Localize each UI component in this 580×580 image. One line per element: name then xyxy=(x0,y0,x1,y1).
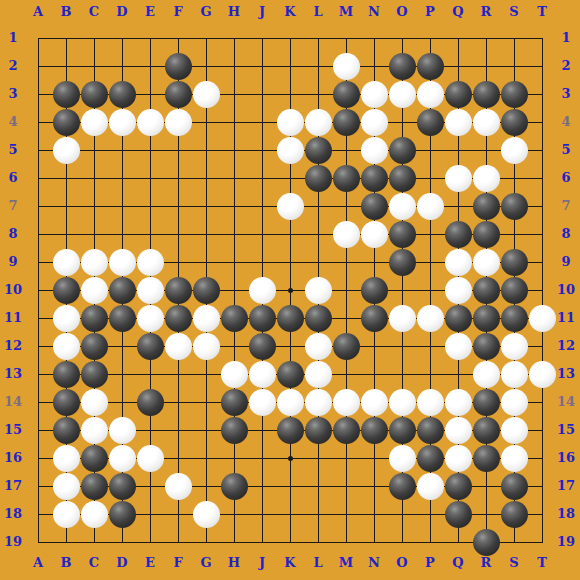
intersection-T6[interactable] xyxy=(528,164,556,192)
intersection-J6[interactable] xyxy=(248,164,276,192)
intersection-R1[interactable] xyxy=(472,24,500,52)
intersection-T5[interactable] xyxy=(528,136,556,164)
intersection-N6[interactable] xyxy=(360,164,388,192)
intersection-F19[interactable] xyxy=(164,528,192,556)
intersection-P14[interactable] xyxy=(416,388,444,416)
intersection-N2[interactable] xyxy=(360,52,388,80)
intersection-E13[interactable] xyxy=(136,360,164,388)
intersection-K2[interactable] xyxy=(276,52,304,80)
intersection-A5[interactable] xyxy=(24,136,52,164)
intersection-H7[interactable] xyxy=(220,192,248,220)
intersection-F6[interactable] xyxy=(164,164,192,192)
intersection-K4[interactable] xyxy=(276,108,304,136)
intersection-D8[interactable] xyxy=(108,220,136,248)
intersection-J17[interactable] xyxy=(248,472,276,500)
intersection-F4[interactable] xyxy=(164,108,192,136)
intersection-D15[interactable] xyxy=(108,416,136,444)
intersection-S11[interactable] xyxy=(500,304,528,332)
intersection-O17[interactable] xyxy=(388,472,416,500)
intersection-E15[interactable] xyxy=(136,416,164,444)
intersection-N12[interactable] xyxy=(360,332,388,360)
intersection-M17[interactable] xyxy=(332,472,360,500)
intersection-A18[interactable] xyxy=(24,500,52,528)
intersection-Q9[interactable] xyxy=(444,248,472,276)
intersection-B13[interactable] xyxy=(52,360,80,388)
intersection-N10[interactable] xyxy=(360,276,388,304)
intersection-P11[interactable] xyxy=(416,304,444,332)
intersection-B7[interactable] xyxy=(52,192,80,220)
intersection-F17[interactable] xyxy=(164,472,192,500)
intersection-L19[interactable] xyxy=(304,528,332,556)
intersection-G15[interactable] xyxy=(192,416,220,444)
intersection-A13[interactable] xyxy=(24,360,52,388)
intersection-D9[interactable] xyxy=(108,248,136,276)
intersection-S6[interactable] xyxy=(500,164,528,192)
intersection-Q2[interactable] xyxy=(444,52,472,80)
intersection-K13[interactable] xyxy=(276,360,304,388)
intersection-D12[interactable] xyxy=(108,332,136,360)
intersection-S5[interactable] xyxy=(500,136,528,164)
intersection-K11[interactable] xyxy=(276,304,304,332)
intersection-P13[interactable] xyxy=(416,360,444,388)
intersection-A2[interactable] xyxy=(24,52,52,80)
intersection-A8[interactable] xyxy=(24,220,52,248)
intersection-K15[interactable] xyxy=(276,416,304,444)
intersection-L2[interactable] xyxy=(304,52,332,80)
intersection-K5[interactable] xyxy=(276,136,304,164)
intersection-C7[interactable] xyxy=(80,192,108,220)
intersection-P3[interactable] xyxy=(416,80,444,108)
intersection-C19[interactable] xyxy=(80,528,108,556)
intersection-G11[interactable] xyxy=(192,304,220,332)
intersection-T2[interactable] xyxy=(528,52,556,80)
intersection-K8[interactable] xyxy=(276,220,304,248)
intersection-F8[interactable] xyxy=(164,220,192,248)
intersection-M15[interactable] xyxy=(332,416,360,444)
intersection-Q16[interactable] xyxy=(444,444,472,472)
intersection-A6[interactable] xyxy=(24,164,52,192)
intersection-H10[interactable] xyxy=(220,276,248,304)
intersection-K3[interactable] xyxy=(276,80,304,108)
intersection-J4[interactable] xyxy=(248,108,276,136)
intersection-E3[interactable] xyxy=(136,80,164,108)
intersection-B9[interactable] xyxy=(52,248,80,276)
intersection-L7[interactable] xyxy=(304,192,332,220)
intersection-P12[interactable] xyxy=(416,332,444,360)
intersection-C3[interactable] xyxy=(80,80,108,108)
intersection-C9[interactable] xyxy=(80,248,108,276)
intersection-R2[interactable] xyxy=(472,52,500,80)
intersection-K9[interactable] xyxy=(276,248,304,276)
intersection-P2[interactable] xyxy=(416,52,444,80)
intersection-S8[interactable] xyxy=(500,220,528,248)
intersection-T8[interactable] xyxy=(528,220,556,248)
intersection-R16[interactable] xyxy=(472,444,500,472)
intersection-T12[interactable] xyxy=(528,332,556,360)
intersection-F18[interactable] xyxy=(164,500,192,528)
intersection-M2[interactable] xyxy=(332,52,360,80)
intersection-F7[interactable] xyxy=(164,192,192,220)
intersection-S16[interactable] xyxy=(500,444,528,472)
intersection-E11[interactable] xyxy=(136,304,164,332)
intersection-S10[interactable] xyxy=(500,276,528,304)
intersection-K1[interactable] xyxy=(276,24,304,52)
intersection-N9[interactable] xyxy=(360,248,388,276)
intersection-J18[interactable] xyxy=(248,500,276,528)
intersection-Q14[interactable] xyxy=(444,388,472,416)
intersection-A14[interactable] xyxy=(24,388,52,416)
intersection-K17[interactable] xyxy=(276,472,304,500)
intersection-C4[interactable] xyxy=(80,108,108,136)
intersection-B2[interactable] xyxy=(52,52,80,80)
intersection-B3[interactable] xyxy=(52,80,80,108)
intersection-M9[interactable] xyxy=(332,248,360,276)
intersection-E19[interactable] xyxy=(136,528,164,556)
intersection-F5[interactable] xyxy=(164,136,192,164)
intersection-A7[interactable] xyxy=(24,192,52,220)
intersection-R9[interactable] xyxy=(472,248,500,276)
intersection-D2[interactable] xyxy=(108,52,136,80)
intersection-T15[interactable] xyxy=(528,416,556,444)
intersection-H19[interactable] xyxy=(220,528,248,556)
intersection-D19[interactable] xyxy=(108,528,136,556)
intersection-F10[interactable] xyxy=(164,276,192,304)
intersection-O10[interactable] xyxy=(388,276,416,304)
intersection-C10[interactable] xyxy=(80,276,108,304)
intersection-C5[interactable] xyxy=(80,136,108,164)
intersection-Q15[interactable] xyxy=(444,416,472,444)
intersection-P5[interactable] xyxy=(416,136,444,164)
intersection-G10[interactable] xyxy=(192,276,220,304)
intersection-D18[interactable] xyxy=(108,500,136,528)
intersection-O13[interactable] xyxy=(388,360,416,388)
intersection-G18[interactable] xyxy=(192,500,220,528)
intersection-P19[interactable] xyxy=(416,528,444,556)
intersection-S18[interactable] xyxy=(500,500,528,528)
intersection-N4[interactable] xyxy=(360,108,388,136)
intersection-Q13[interactable] xyxy=(444,360,472,388)
intersection-S4[interactable] xyxy=(500,108,528,136)
intersection-E7[interactable] xyxy=(136,192,164,220)
intersection-T13[interactable] xyxy=(528,360,556,388)
intersection-B17[interactable] xyxy=(52,472,80,500)
intersection-O16[interactable] xyxy=(388,444,416,472)
intersection-S2[interactable] xyxy=(500,52,528,80)
intersection-J2[interactable] xyxy=(248,52,276,80)
intersection-A15[interactable] xyxy=(24,416,52,444)
intersection-O8[interactable] xyxy=(388,220,416,248)
intersection-S17[interactable] xyxy=(500,472,528,500)
intersection-N15[interactable] xyxy=(360,416,388,444)
intersection-N7[interactable] xyxy=(360,192,388,220)
intersection-P10[interactable] xyxy=(416,276,444,304)
intersection-T18[interactable] xyxy=(528,500,556,528)
intersection-M3[interactable] xyxy=(332,80,360,108)
intersection-G12[interactable] xyxy=(192,332,220,360)
intersection-T14[interactable] xyxy=(528,388,556,416)
intersection-A11[interactable] xyxy=(24,304,52,332)
intersection-E14[interactable] xyxy=(136,388,164,416)
intersection-F16[interactable] xyxy=(164,444,192,472)
intersection-N19[interactable] xyxy=(360,528,388,556)
intersection-C2[interactable] xyxy=(80,52,108,80)
intersection-J7[interactable] xyxy=(248,192,276,220)
intersection-D5[interactable] xyxy=(108,136,136,164)
intersection-L16[interactable] xyxy=(304,444,332,472)
intersection-D1[interactable] xyxy=(108,24,136,52)
intersection-B15[interactable] xyxy=(52,416,80,444)
intersection-B14[interactable] xyxy=(52,388,80,416)
intersection-J9[interactable] xyxy=(248,248,276,276)
intersection-A10[interactable] xyxy=(24,276,52,304)
intersection-G17[interactable] xyxy=(192,472,220,500)
intersection-P8[interactable] xyxy=(416,220,444,248)
intersection-R4[interactable] xyxy=(472,108,500,136)
intersection-C6[interactable] xyxy=(80,164,108,192)
intersection-M6[interactable] xyxy=(332,164,360,192)
intersection-J14[interactable] xyxy=(248,388,276,416)
intersection-B19[interactable] xyxy=(52,528,80,556)
intersection-T1[interactable] xyxy=(528,24,556,52)
intersection-R3[interactable] xyxy=(472,80,500,108)
intersection-Q7[interactable] xyxy=(444,192,472,220)
intersection-A12[interactable] xyxy=(24,332,52,360)
intersection-L3[interactable] xyxy=(304,80,332,108)
intersection-P18[interactable] xyxy=(416,500,444,528)
intersection-G19[interactable] xyxy=(192,528,220,556)
intersection-M14[interactable] xyxy=(332,388,360,416)
intersection-C11[interactable] xyxy=(80,304,108,332)
intersection-O3[interactable] xyxy=(388,80,416,108)
intersection-D3[interactable] xyxy=(108,80,136,108)
intersection-G3[interactable] xyxy=(192,80,220,108)
intersection-A16[interactable] xyxy=(24,444,52,472)
intersection-L17[interactable] xyxy=(304,472,332,500)
intersection-F3[interactable] xyxy=(164,80,192,108)
intersection-T9[interactable] xyxy=(528,248,556,276)
intersection-S13[interactable] xyxy=(500,360,528,388)
intersection-L11[interactable] xyxy=(304,304,332,332)
intersection-H9[interactable] xyxy=(220,248,248,276)
intersection-M10[interactable] xyxy=(332,276,360,304)
intersection-F9[interactable] xyxy=(164,248,192,276)
intersection-B16[interactable] xyxy=(52,444,80,472)
intersection-G2[interactable] xyxy=(192,52,220,80)
intersection-O11[interactable] xyxy=(388,304,416,332)
intersection-H15[interactable] xyxy=(220,416,248,444)
intersection-R6[interactable] xyxy=(472,164,500,192)
intersection-P7[interactable] xyxy=(416,192,444,220)
intersection-E2[interactable] xyxy=(136,52,164,80)
intersection-G1[interactable] xyxy=(192,24,220,52)
intersection-Q3[interactable] xyxy=(444,80,472,108)
intersection-T4[interactable] xyxy=(528,108,556,136)
intersection-A19[interactable] xyxy=(24,528,52,556)
intersection-H12[interactable] xyxy=(220,332,248,360)
intersection-T3[interactable] xyxy=(528,80,556,108)
intersection-L14[interactable] xyxy=(304,388,332,416)
intersection-A9[interactable] xyxy=(24,248,52,276)
intersection-H3[interactable] xyxy=(220,80,248,108)
intersection-N11[interactable] xyxy=(360,304,388,332)
intersection-K7[interactable] xyxy=(276,192,304,220)
intersection-O9[interactable] xyxy=(388,248,416,276)
intersection-S19[interactable] xyxy=(500,528,528,556)
intersection-R19[interactable] xyxy=(472,528,500,556)
intersection-F12[interactable] xyxy=(164,332,192,360)
intersection-C12[interactable] xyxy=(80,332,108,360)
intersection-R11[interactable] xyxy=(472,304,500,332)
intersection-L18[interactable] xyxy=(304,500,332,528)
intersection-D16[interactable] xyxy=(108,444,136,472)
intersection-H18[interactable] xyxy=(220,500,248,528)
intersection-O14[interactable] xyxy=(388,388,416,416)
intersection-F14[interactable] xyxy=(164,388,192,416)
intersection-G16[interactable] xyxy=(192,444,220,472)
intersection-F11[interactable] xyxy=(164,304,192,332)
intersection-F13[interactable] xyxy=(164,360,192,388)
intersection-O6[interactable] xyxy=(388,164,416,192)
intersection-M19[interactable] xyxy=(332,528,360,556)
intersection-T19[interactable] xyxy=(528,528,556,556)
intersection-R14[interactable] xyxy=(472,388,500,416)
intersection-C18[interactable] xyxy=(80,500,108,528)
intersection-Q18[interactable] xyxy=(444,500,472,528)
intersection-J16[interactable] xyxy=(248,444,276,472)
intersection-H8[interactable] xyxy=(220,220,248,248)
intersection-Q17[interactable] xyxy=(444,472,472,500)
intersection-B18[interactable] xyxy=(52,500,80,528)
intersection-M1[interactable] xyxy=(332,24,360,52)
intersection-J11[interactable] xyxy=(248,304,276,332)
intersection-H13[interactable] xyxy=(220,360,248,388)
intersection-D11[interactable] xyxy=(108,304,136,332)
intersection-R8[interactable] xyxy=(472,220,500,248)
intersection-B1[interactable] xyxy=(52,24,80,52)
intersection-H5[interactable] xyxy=(220,136,248,164)
intersection-J15[interactable] xyxy=(248,416,276,444)
intersection-E5[interactable] xyxy=(136,136,164,164)
intersection-R13[interactable] xyxy=(472,360,500,388)
intersection-J10[interactable] xyxy=(248,276,276,304)
intersection-M18[interactable] xyxy=(332,500,360,528)
intersection-D14[interactable] xyxy=(108,388,136,416)
intersection-Q10[interactable] xyxy=(444,276,472,304)
intersection-Q11[interactable] xyxy=(444,304,472,332)
intersection-P1[interactable] xyxy=(416,24,444,52)
intersection-K14[interactable] xyxy=(276,388,304,416)
intersection-C13[interactable] xyxy=(80,360,108,388)
intersection-Q5[interactable] xyxy=(444,136,472,164)
intersection-P15[interactable] xyxy=(416,416,444,444)
intersection-Q4[interactable] xyxy=(444,108,472,136)
intersection-T17[interactable] xyxy=(528,472,556,500)
intersection-D7[interactable] xyxy=(108,192,136,220)
intersection-H11[interactable] xyxy=(220,304,248,332)
intersection-L9[interactable] xyxy=(304,248,332,276)
intersection-O1[interactable] xyxy=(388,24,416,52)
intersection-L12[interactable] xyxy=(304,332,332,360)
intersection-J1[interactable] xyxy=(248,24,276,52)
intersection-O12[interactable] xyxy=(388,332,416,360)
intersection-D10[interactable] xyxy=(108,276,136,304)
intersection-O19[interactable] xyxy=(388,528,416,556)
intersection-R17[interactable] xyxy=(472,472,500,500)
intersection-H6[interactable] xyxy=(220,164,248,192)
intersection-B12[interactable] xyxy=(52,332,80,360)
intersection-R5[interactable] xyxy=(472,136,500,164)
intersection-G8[interactable] xyxy=(192,220,220,248)
intersection-G13[interactable] xyxy=(192,360,220,388)
intersection-C16[interactable] xyxy=(80,444,108,472)
intersection-C1[interactable] xyxy=(80,24,108,52)
intersection-A3[interactable] xyxy=(24,80,52,108)
intersection-F1[interactable] xyxy=(164,24,192,52)
intersection-S3[interactable] xyxy=(500,80,528,108)
intersection-L1[interactable] xyxy=(304,24,332,52)
intersection-H14[interactable] xyxy=(220,388,248,416)
intersection-G5[interactable] xyxy=(192,136,220,164)
intersection-H16[interactable] xyxy=(220,444,248,472)
intersection-F15[interactable] xyxy=(164,416,192,444)
intersection-H1[interactable] xyxy=(220,24,248,52)
intersection-M8[interactable] xyxy=(332,220,360,248)
intersection-N13[interactable] xyxy=(360,360,388,388)
intersection-H17[interactable] xyxy=(220,472,248,500)
intersection-T10[interactable] xyxy=(528,276,556,304)
intersection-S7[interactable] xyxy=(500,192,528,220)
intersection-B11[interactable] xyxy=(52,304,80,332)
intersection-K18[interactable] xyxy=(276,500,304,528)
intersection-N5[interactable] xyxy=(360,136,388,164)
intersection-R10[interactable] xyxy=(472,276,500,304)
intersection-E17[interactable] xyxy=(136,472,164,500)
intersection-E8[interactable] xyxy=(136,220,164,248)
intersection-O15[interactable] xyxy=(388,416,416,444)
intersection-P6[interactable] xyxy=(416,164,444,192)
intersection-S12[interactable] xyxy=(500,332,528,360)
intersection-E16[interactable] xyxy=(136,444,164,472)
intersection-D4[interactable] xyxy=(108,108,136,136)
intersection-H4[interactable] xyxy=(220,108,248,136)
intersection-B4[interactable] xyxy=(52,108,80,136)
intersection-S1[interactable] xyxy=(500,24,528,52)
intersection-D13[interactable] xyxy=(108,360,136,388)
intersection-K6[interactable] xyxy=(276,164,304,192)
intersection-C14[interactable] xyxy=(80,388,108,416)
intersection-M5[interactable] xyxy=(332,136,360,164)
intersection-Q12[interactable] xyxy=(444,332,472,360)
intersection-C15[interactable] xyxy=(80,416,108,444)
intersection-M16[interactable] xyxy=(332,444,360,472)
intersection-M4[interactable] xyxy=(332,108,360,136)
intersection-R12[interactable] xyxy=(472,332,500,360)
intersection-O18[interactable] xyxy=(388,500,416,528)
intersection-J8[interactable] xyxy=(248,220,276,248)
intersection-J5[interactable] xyxy=(248,136,276,164)
intersection-E6[interactable] xyxy=(136,164,164,192)
intersection-A17[interactable] xyxy=(24,472,52,500)
intersection-B10[interactable] xyxy=(52,276,80,304)
intersection-N8[interactable] xyxy=(360,220,388,248)
intersection-P9[interactable] xyxy=(416,248,444,276)
intersection-G7[interactable] xyxy=(192,192,220,220)
intersection-T16[interactable] xyxy=(528,444,556,472)
intersection-Q19[interactable] xyxy=(444,528,472,556)
intersection-D17[interactable] xyxy=(108,472,136,500)
intersection-M11[interactable] xyxy=(332,304,360,332)
intersection-G14[interactable] xyxy=(192,388,220,416)
